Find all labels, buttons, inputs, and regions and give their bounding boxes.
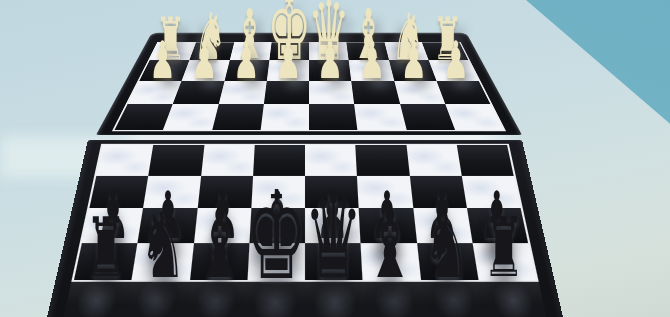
piece-black-knight[interactable]: ♞ [424, 200, 471, 291]
piece-white-pawn[interactable]: ♟ [442, 35, 469, 87]
square-h5[interactable] [96, 145, 153, 176]
piece-black-knight[interactable]: ♞ [140, 200, 187, 291]
square-b5[interactable] [406, 145, 461, 176]
square-g5[interactable] [149, 145, 204, 176]
square-d4[interactable] [309, 104, 358, 130]
piece-black-bishop[interactable]: ♝ [195, 197, 244, 293]
square-g4[interactable] [163, 104, 218, 130]
piece-white-pawn[interactable]: ♟ [401, 35, 428, 87]
piece-white-pawn[interactable]: ♟ [233, 35, 260, 87]
piece-black-rook[interactable]: ♜ [85, 208, 127, 290]
piece-black-bishop[interactable]: ♝ [366, 197, 415, 293]
square-c4[interactable] [354, 104, 406, 130]
piece-white-pawn[interactable]: ♟ [149, 35, 176, 87]
piece-black-rook[interactable]: ♜ [483, 208, 525, 290]
photo-scene: ♜♞♝♚♛♝♞♜♟♟♟♟♟♟♟♟♟♟♟♟♟♟♟♟♜♞♝♚♛♝♞♜ [0, 0, 670, 317]
piece-white-pawn[interactable]: ♟ [191, 35, 218, 87]
piece-white-pawn[interactable]: ♟ [317, 35, 344, 87]
piece-white-pawn[interactable]: ♟ [359, 35, 386, 87]
piece-black-queen[interactable]: ♛ [304, 181, 363, 296]
piece-black-king[interactable]: ♚ [245, 175, 307, 297]
piece-white-pawn[interactable]: ♟ [275, 35, 302, 87]
square-e4[interactable] [260, 104, 309, 130]
square-a5[interactable] [457, 145, 514, 176]
square-f4[interactable] [212, 104, 264, 130]
square-c5[interactable] [356, 145, 410, 176]
square-a4[interactable] [445, 104, 504, 130]
